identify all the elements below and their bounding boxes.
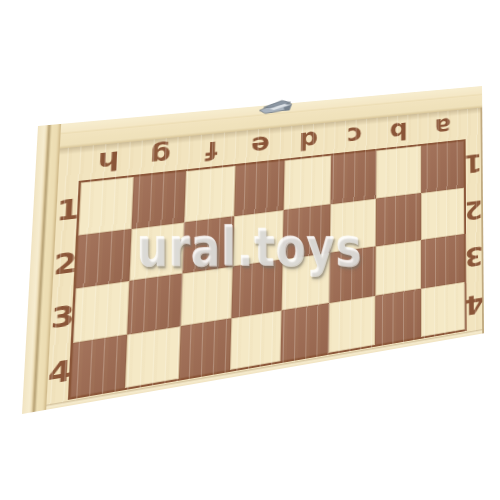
file-label-c: c [331,118,377,156]
square-h1 [78,177,134,235]
square-e4 [230,310,281,370]
metal-clasp-icon [257,96,296,119]
square-g3 [128,274,183,335]
square-d4 [280,303,329,362]
square-b4 [375,288,420,345]
square-a2 [421,187,465,240]
rank-label-right-2: 2 [464,185,483,234]
square-h3 [73,281,130,343]
square-f1 [184,166,236,222]
watermark: ural.toys [137,217,362,278]
file-label-h: h [81,141,136,182]
square-c4 [328,295,375,353]
rank-label-left-4: 4 [47,343,74,402]
file-label-f: f [186,131,237,171]
rank-label-right-1: 1 [464,139,483,187]
square-b1 [376,146,421,198]
square-a3 [421,234,465,288]
square-c1 [330,151,376,204]
square-a1 [421,141,464,193]
rank-label-right-4: 4 [465,278,484,329]
rank-label-right-3: 3 [464,231,483,281]
square-g4 [125,326,180,388]
file-label-e: e [236,127,285,166]
file-label-a: a [421,109,464,145]
square-b2 [376,193,421,247]
rank-label-left-1: 1 [55,183,81,238]
rank-label-left-2: 2 [52,235,78,292]
rank-labels-right: 1 2 3 4 [464,139,484,329]
file-label-b: b [377,113,421,150]
rank-label-left-3: 3 [49,288,75,346]
square-h4 [70,334,127,397]
square-e1 [234,161,284,216]
file-label-d: d [284,122,331,160]
file-label-g: g [134,136,187,177]
product-photo-scene: h g f e d c b a 1 2 3 4 1 2 3 4 [0,0,500,500]
square-b3 [376,240,421,295]
square-f4 [179,318,232,379]
square-a4 [421,281,465,337]
square-d1 [283,155,331,209]
square-h2 [76,228,132,288]
